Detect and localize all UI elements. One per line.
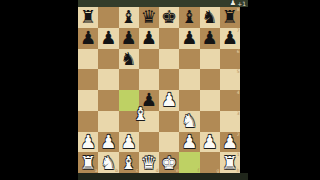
square-f5[interactable] [179,69,199,90]
black-pawn-a7[interactable]: ♟ [78,28,98,49]
square-f6[interactable] [179,49,199,70]
square-c8[interactable]: ♝ [119,7,139,28]
square-h2[interactable]: ♟2 [220,132,240,153]
rank-label-1: 1 [237,152,240,157]
square-f4[interactable] [179,90,199,111]
square-g6[interactable] [200,49,220,70]
rank-label-6: 6 [237,49,240,54]
square-f7[interactable]: ♟ [179,28,199,49]
square-b8[interactable] [98,7,118,28]
square-c1[interactable]: ♝c [119,152,139,173]
player-bar-bottom [78,173,248,180]
black-pawn-c7[interactable]: ♟ [119,28,139,49]
white-pawn-c2[interactable]: ♟ [119,132,139,153]
square-e1[interactable]: ♚e [159,152,179,173]
square-e4[interactable]: ♟ [159,90,179,111]
white-pawn-e4[interactable]: ♟ [159,90,179,111]
letterbox-right [248,0,320,180]
square-h8[interactable]: ♜8 [220,7,240,28]
square-c6[interactable]: ♞ [119,49,139,70]
square-e6[interactable] [159,49,179,70]
square-a2[interactable]: ♟ [78,132,98,153]
square-h4[interactable]: 4 [220,90,240,111]
square-g2[interactable]: ♟ [200,132,220,153]
black-pawn-d7[interactable]: ♟ [139,28,159,49]
square-e7[interactable] [159,28,179,49]
black-bishop-f8[interactable]: ♝ [179,7,199,28]
black-pawn-f7[interactable]: ♟ [179,28,199,49]
square-d8[interactable]: ♛ [139,7,159,28]
square-h6[interactable]: 6 [220,49,240,70]
white-pawn-b2[interactable]: ♟ [98,132,118,153]
square-e8[interactable]: ♚ [159,7,179,28]
square-g3[interactable] [200,111,220,132]
square-b2[interactable]: ♟ [98,132,118,153]
square-a8[interactable]: ♜ [78,7,98,28]
square-a5[interactable] [78,69,98,90]
square-h1[interactable]: ♜1h [220,152,240,173]
rank-label-7: 7 [237,28,240,33]
white-pawn-f2[interactable]: ♟ [179,132,199,153]
letterbox-left [0,0,78,180]
square-h3[interactable]: 3 [220,111,240,132]
square-a7[interactable]: ♟ [78,28,98,49]
white-pawn-a2[interactable]: ♟ [78,132,98,153]
rank-label-4: 4 [237,90,240,95]
rank-label-2: 2 [237,132,240,137]
black-rook-a8[interactable]: ♜ [78,7,98,28]
square-d1[interactable]: ♛d [139,152,159,173]
square-f2[interactable]: ♟ [179,132,199,153]
white-knight-f3[interactable]: ♞ [179,111,199,132]
chess-board[interactable]: ♜♝♛♚♝♞♜8♟♟♟♟♟♟♟7♞65♟♟4♞3♟♟♟♟♟♟2♜a♞b♝c♛d♚… [78,7,240,173]
black-pawn-b7[interactable]: ♟ [98,28,118,49]
square-a1[interactable]: ♜a [78,152,98,173]
square-f1[interactable]: f [179,152,199,173]
square-e3[interactable] [159,111,179,132]
square-b4[interactable] [98,90,118,111]
square-g8[interactable]: ♞ [200,7,220,28]
square-g5[interactable] [200,69,220,90]
square-g1[interactable]: g [200,152,220,173]
square-c2[interactable]: ♟ [119,132,139,153]
rank-label-5: 5 [237,69,240,74]
square-d7[interactable]: ♟ [139,28,159,49]
black-king-e8[interactable]: ♚ [159,7,179,28]
square-f8[interactable]: ♝ [179,7,199,28]
black-bishop-c8[interactable]: ♝ [119,7,139,28]
square-b3[interactable] [98,111,118,132]
black-knight-c6[interactable]: ♞ [119,49,139,70]
square-d2[interactable] [139,132,159,153]
black-queen-d8[interactable]: ♛ [139,7,159,28]
black-knight-g8[interactable]: ♞ [200,7,220,28]
square-d6[interactable] [139,49,159,70]
square-g7[interactable]: ♟ [200,28,220,49]
square-b6[interactable] [98,49,118,70]
square-h5[interactable]: 5 [220,69,240,90]
square-a4[interactable] [78,90,98,111]
square-f3[interactable]: ♞ [179,111,199,132]
square-d5[interactable] [139,69,159,90]
material-advantage-label: +1 [237,0,246,7]
square-c7[interactable]: ♟ [119,28,139,49]
square-b1[interactable]: ♞b [98,152,118,173]
square-h7[interactable]: ♟7 [220,28,240,49]
square-c5[interactable] [119,69,139,90]
square-a6[interactable] [78,49,98,70]
rank-label-3: 3 [237,111,240,116]
moving-white-bishop[interactable]: ♝ [131,104,151,125]
square-b5[interactable] [98,69,118,90]
black-pawn-g7[interactable]: ♟ [200,28,220,49]
square-b7[interactable]: ♟ [98,28,118,49]
square-a3[interactable] [78,111,98,132]
square-e2[interactable] [159,132,179,153]
square-e5[interactable] [159,69,179,90]
square-g4[interactable] [200,90,220,111]
white-pawn-g2[interactable]: ♟ [200,132,220,153]
rank-label-8: 8 [237,7,240,12]
